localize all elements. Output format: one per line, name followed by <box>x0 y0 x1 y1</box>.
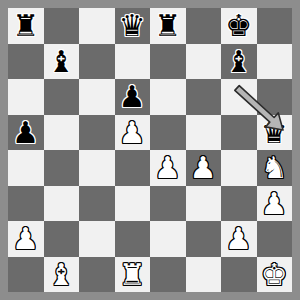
piece-black-queen[interactable]: ♛ <box>261 115 288 151</box>
square-g6[interactable] <box>221 79 257 115</box>
piece-white-pawn[interactable]: ♟ <box>190 150 217 186</box>
piece-white-pawn[interactable]: ♟ <box>261 186 288 222</box>
piece-white-pawn[interactable]: ♟ <box>119 115 146 151</box>
square-e4[interactable]: ♟ <box>150 150 186 186</box>
piece-white-pawn[interactable]: ♟ <box>225 221 252 257</box>
piece-white-pawn[interactable]: ♟ <box>154 150 181 186</box>
piece-white-rook[interactable]: ♜ <box>119 257 146 293</box>
square-g2[interactable]: ♟ <box>221 221 257 257</box>
square-f2[interactable] <box>186 221 222 257</box>
square-a5[interactable]: ♟ <box>8 115 44 151</box>
square-e5[interactable] <box>150 115 186 151</box>
square-h7[interactable] <box>257 44 293 80</box>
square-h3[interactable]: ♟ <box>257 186 293 222</box>
square-b2[interactable] <box>44 221 80 257</box>
square-a4[interactable] <box>8 150 44 186</box>
square-d7[interactable] <box>115 44 151 80</box>
square-c5[interactable] <box>79 115 115 151</box>
square-h8[interactable] <box>257 8 293 44</box>
square-b1[interactable]: ♝ <box>44 257 80 293</box>
piece-black-bishop[interactable]: ♝ <box>48 44 75 80</box>
square-c1[interactable] <box>79 257 115 293</box>
square-d6[interactable]: ♟ <box>115 79 151 115</box>
square-g7[interactable]: ♝ <box>221 44 257 80</box>
square-d5[interactable]: ♟ <box>115 115 151 151</box>
square-f7[interactable] <box>186 44 222 80</box>
square-b5[interactable] <box>44 115 80 151</box>
square-f3[interactable] <box>186 186 222 222</box>
square-g1[interactable] <box>221 257 257 293</box>
chess-board: ♜♛♜♚♝♝♟♟♟♛♟♟♞♟♟♟♝♜♚ <box>8 8 292 292</box>
square-b6[interactable] <box>44 79 80 115</box>
square-f6[interactable] <box>186 79 222 115</box>
square-f1[interactable] <box>186 257 222 293</box>
piece-white-pawn[interactable]: ♟ <box>12 221 39 257</box>
square-b3[interactable] <box>44 186 80 222</box>
piece-black-bishop[interactable]: ♝ <box>225 44 252 80</box>
square-e3[interactable] <box>150 186 186 222</box>
square-g3[interactable] <box>221 186 257 222</box>
square-h2[interactable] <box>257 221 293 257</box>
square-c2[interactable] <box>79 221 115 257</box>
square-a7[interactable] <box>8 44 44 80</box>
square-e8[interactable]: ♜ <box>150 8 186 44</box>
square-g8[interactable]: ♚ <box>221 8 257 44</box>
square-b8[interactable] <box>44 8 80 44</box>
square-d2[interactable] <box>115 221 151 257</box>
square-a8[interactable]: ♜ <box>8 8 44 44</box>
piece-white-knight[interactable]: ♞ <box>261 150 288 186</box>
square-b4[interactable] <box>44 150 80 186</box>
square-d1[interactable]: ♜ <box>115 257 151 293</box>
square-a2[interactable]: ♟ <box>8 221 44 257</box>
piece-black-rook[interactable]: ♜ <box>12 8 39 44</box>
square-c8[interactable] <box>79 8 115 44</box>
square-c6[interactable] <box>79 79 115 115</box>
piece-black-pawn[interactable]: ♟ <box>12 115 39 151</box>
square-f5[interactable] <box>186 115 222 151</box>
square-g4[interactable] <box>221 150 257 186</box>
square-h4[interactable]: ♞ <box>257 150 293 186</box>
square-c4[interactable] <box>79 150 115 186</box>
square-e2[interactable] <box>150 221 186 257</box>
piece-white-king[interactable]: ♚ <box>261 257 288 293</box>
square-h5[interactable]: ♛ <box>257 115 293 151</box>
square-h1[interactable]: ♚ <box>257 257 293 293</box>
square-d3[interactable] <box>115 186 151 222</box>
square-e1[interactable] <box>150 257 186 293</box>
piece-black-rook[interactable]: ♜ <box>154 8 181 44</box>
square-a6[interactable] <box>8 79 44 115</box>
square-c3[interactable] <box>79 186 115 222</box>
square-d8[interactable]: ♛ <box>115 8 151 44</box>
piece-black-queen[interactable]: ♛ <box>119 8 146 44</box>
square-c7[interactable] <box>79 44 115 80</box>
square-f8[interactable] <box>186 8 222 44</box>
square-g5[interactable] <box>221 115 257 151</box>
square-e6[interactable] <box>150 79 186 115</box>
square-h6[interactable] <box>257 79 293 115</box>
square-f4[interactable]: ♟ <box>186 150 222 186</box>
square-d4[interactable] <box>115 150 151 186</box>
square-b7[interactable]: ♝ <box>44 44 80 80</box>
square-a1[interactable] <box>8 257 44 293</box>
chess-board-frame: ♜♛♜♚♝♝♟♟♟♛♟♟♞♟♟♟♝♜♚ <box>0 0 300 300</box>
piece-white-bishop[interactable]: ♝ <box>48 257 75 293</box>
piece-black-pawn[interactable]: ♟ <box>119 79 146 115</box>
square-e7[interactable] <box>150 44 186 80</box>
square-a3[interactable] <box>8 186 44 222</box>
piece-black-king[interactable]: ♚ <box>225 8 252 44</box>
